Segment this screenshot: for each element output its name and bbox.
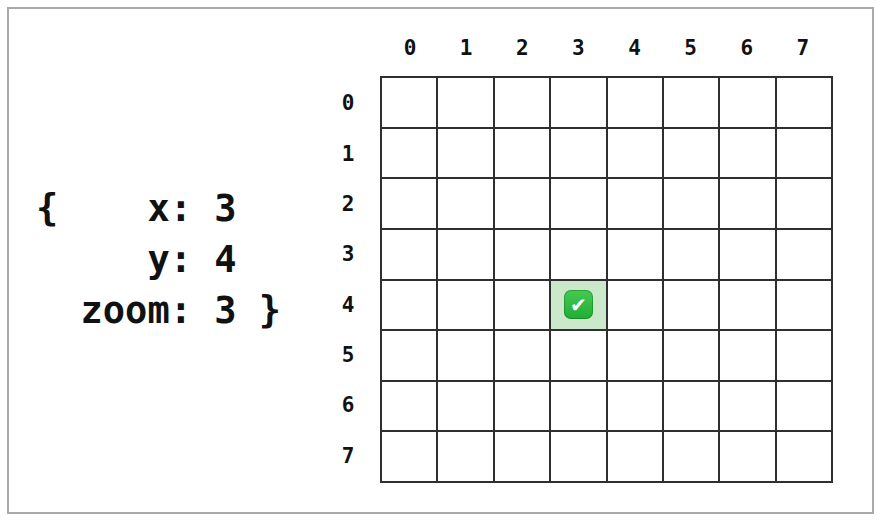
grid-cell[interactable]	[551, 179, 605, 228]
column-label: 4	[607, 34, 663, 62]
grid-cell[interactable]	[608, 382, 662, 431]
grid-cell[interactable]	[495, 230, 549, 279]
grid-cell[interactable]	[664, 230, 718, 279]
selection-json-panel: { x: 3 y: 4 zoom: 3 }	[36, 183, 281, 336]
grid-cell[interactable]	[438, 281, 492, 330]
grid-cell[interactable]	[777, 78, 831, 127]
grid-cell[interactable]	[664, 179, 718, 228]
grid-cell[interactable]	[664, 281, 718, 330]
grid-cell[interactable]	[382, 331, 436, 380]
row-label: 2	[330, 179, 366, 229]
grid-cell[interactable]	[777, 382, 831, 431]
column-labels: 01234567	[382, 34, 831, 62]
grid-cell[interactable]	[608, 230, 662, 279]
grid-cell[interactable]	[664, 129, 718, 178]
column-label: 1	[438, 34, 494, 62]
grid-cell[interactable]	[720, 230, 774, 279]
grid-cell[interactable]	[664, 331, 718, 380]
column-label: 0	[382, 34, 438, 62]
grid-cell[interactable]	[551, 331, 605, 380]
row-labels: 01234567	[330, 78, 366, 481]
grid-cell[interactable]	[608, 129, 662, 178]
row-label: 4	[330, 280, 366, 330]
grid-cell[interactable]	[382, 179, 436, 228]
grid-cell[interactable]	[495, 179, 549, 228]
grid-cell[interactable]	[777, 432, 831, 481]
screenshot-canvas: { x: 3 y: 4 zoom: 3 } 01234567 01234567 …	[0, 0, 886, 525]
grid-cell[interactable]	[777, 129, 831, 178]
column-label: 2	[494, 34, 550, 62]
row-label: 6	[330, 380, 366, 430]
grid-cell[interactable]	[495, 432, 549, 481]
grid-cell[interactable]	[382, 281, 436, 330]
grid-cell[interactable]	[608, 179, 662, 228]
column-label: 5	[663, 34, 719, 62]
json-line-x: { x: 3	[36, 187, 236, 230]
grid-cell[interactable]	[551, 230, 605, 279]
grid-cell[interactable]	[382, 129, 436, 178]
row-label: 0	[330, 78, 366, 128]
row-label: 5	[330, 330, 366, 380]
grid-cell[interactable]	[438, 78, 492, 127]
row-label: 1	[330, 128, 366, 178]
grid-cell[interactable]	[551, 382, 605, 431]
check-icon: ✔	[564, 290, 593, 319]
grid-cell[interactable]	[438, 331, 492, 380]
coordinate-grid: ✔	[380, 76, 833, 483]
grid-cell[interactable]	[495, 382, 549, 431]
grid-cell[interactable]	[438, 129, 492, 178]
column-label: 6	[719, 34, 775, 62]
row-label: 7	[330, 431, 366, 481]
json-line-zoom: zoom: 3 }	[36, 289, 281, 332]
grid-cell[interactable]	[551, 78, 605, 127]
row-label: 3	[330, 229, 366, 279]
column-label: 7	[775, 34, 831, 62]
grid-cell[interactable]	[720, 179, 774, 228]
grid-cell[interactable]	[664, 432, 718, 481]
grid-cell[interactable]	[551, 432, 605, 481]
json-line-y: y: 4	[36, 238, 236, 281]
grid-cell[interactable]	[382, 432, 436, 481]
grid-cell[interactable]	[495, 129, 549, 178]
grid-cell-selected[interactable]: ✔	[551, 281, 605, 330]
grid-cell[interactable]	[608, 331, 662, 380]
grid-cell[interactable]	[608, 432, 662, 481]
grid-cell[interactable]	[777, 230, 831, 279]
grid-cell[interactable]	[382, 382, 436, 431]
grid-cell[interactable]	[664, 382, 718, 431]
grid-cell[interactable]	[551, 129, 605, 178]
grid-cell[interactable]	[495, 331, 549, 380]
grid-cell[interactable]	[720, 331, 774, 380]
grid-cell[interactable]	[720, 129, 774, 178]
grid-cell[interactable]	[608, 78, 662, 127]
grid-cell[interactable]	[438, 432, 492, 481]
grid-cell[interactable]	[495, 281, 549, 330]
grid-cell[interactable]	[438, 179, 492, 228]
grid-cell[interactable]	[382, 78, 436, 127]
grid-cell[interactable]	[720, 432, 774, 481]
grid-cell[interactable]	[438, 230, 492, 279]
grid-cell[interactable]	[777, 331, 831, 380]
grid-cell[interactable]	[777, 281, 831, 330]
grid-cell[interactable]	[438, 382, 492, 431]
grid-cell[interactable]	[720, 78, 774, 127]
grid-cell[interactable]	[720, 281, 774, 330]
grid-cell[interactable]	[608, 281, 662, 330]
grid-cell[interactable]	[777, 179, 831, 228]
grid-cell[interactable]	[495, 78, 549, 127]
grid-cell[interactable]	[382, 230, 436, 279]
column-label: 3	[550, 34, 606, 62]
grid-cell[interactable]	[664, 78, 718, 127]
grid-cell[interactable]	[720, 382, 774, 431]
